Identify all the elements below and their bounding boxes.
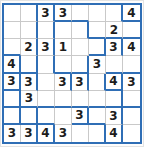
cell-r7c1[interactable] (4, 108, 21, 125)
cell-r5c5[interactable]: 3 (72, 74, 89, 91)
cell-r6c2[interactable]: 3 (21, 91, 38, 108)
cell-r3c3[interactable]: 3 (38, 39, 55, 56)
puzzle-screenshot-frame: 3342231344333334333333434 (0, 0, 144, 147)
cell-r7c5[interactable]: 3 (72, 108, 89, 125)
cell-r2c7[interactable]: 2 (106, 22, 123, 39)
cell-r3c2[interactable]: 2 (21, 39, 38, 56)
cell-r1c7[interactable] (106, 5, 123, 22)
cell-r4c1[interactable]: 4 (4, 56, 21, 73)
cell-r5c8[interactable]: 3 (123, 74, 140, 91)
cell-r1c4[interactable]: 3 (55, 5, 72, 22)
cell-r3c5[interactable] (72, 39, 89, 56)
cell-r2c3[interactable] (38, 22, 55, 39)
cell-r4c5[interactable] (72, 56, 89, 73)
cell-r8c4[interactable]: 3 (55, 125, 72, 142)
cell-r5c1[interactable]: 3 (4, 74, 21, 91)
cell-r5c7[interactable]: 4 (106, 74, 123, 91)
cell-r1c8[interactable]: 4 (123, 5, 140, 22)
cell-r8c2[interactable]: 3 (21, 125, 38, 142)
cell-r6c3[interactable] (38, 91, 55, 108)
cell-r5c6[interactable] (89, 74, 106, 91)
cell-r6c5[interactable] (72, 91, 89, 108)
cell-r6c4[interactable] (55, 91, 72, 108)
cell-r1c5[interactable] (72, 5, 89, 22)
cell-r1c6[interactable] (89, 5, 106, 22)
cell-r6c8[interactable] (123, 91, 140, 108)
cell-r7c7[interactable]: 3 (106, 108, 123, 125)
cell-r8c5[interactable] (72, 125, 89, 142)
cell-r8c8[interactable] (123, 125, 140, 142)
cell-r8c6[interactable] (89, 125, 106, 142)
cell-r8c1[interactable]: 3 (4, 125, 21, 142)
cell-r6c6[interactable] (89, 91, 106, 108)
cell-r8c3[interactable]: 4 (38, 125, 55, 142)
cell-r2c1[interactable] (4, 22, 21, 39)
cell-r7c2[interactable] (21, 108, 38, 125)
cell-r7c6[interactable] (89, 108, 106, 125)
cell-r3c8[interactable]: 4 (123, 39, 140, 56)
cell-r3c1[interactable] (4, 39, 21, 56)
cell-r2c4[interactable] (55, 22, 72, 39)
cell-r3c6[interactable] (89, 39, 106, 56)
cell-r3c7[interactable]: 3 (106, 39, 123, 56)
cell-r6c7[interactable] (106, 91, 123, 108)
cell-r5c3[interactable] (38, 74, 55, 91)
cell-r5c4[interactable]: 3 (55, 74, 72, 91)
cell-r5c2[interactable]: 3 (21, 74, 38, 91)
cell-r4c4[interactable] (55, 56, 72, 73)
cell-r1c3[interactable]: 3 (38, 5, 55, 22)
cell-r6c1[interactable] (4, 91, 21, 108)
cell-r4c2[interactable] (21, 56, 38, 73)
cell-r1c2[interactable] (21, 5, 38, 22)
cell-r7c8[interactable] (123, 108, 140, 125)
cell-r3c4[interactable]: 1 (55, 39, 72, 56)
cell-r7c4[interactable] (55, 108, 72, 125)
cell-r2c5[interactable] (72, 22, 89, 39)
cell-r4c8[interactable] (123, 56, 140, 73)
cell-r4c6[interactable]: 3 (89, 56, 106, 73)
cell-r8c7[interactable]: 4 (106, 125, 123, 142)
puzzle-board: 3342231344333334333333434 (2, 3, 142, 144)
cell-r7c3[interactable] (38, 108, 55, 125)
cell-r4c3[interactable] (38, 56, 55, 73)
cell-r1c1[interactable] (4, 5, 21, 22)
cell-r2c6[interactable] (89, 22, 106, 39)
cell-r4c7[interactable] (106, 56, 123, 73)
cell-r2c8[interactable] (123, 22, 140, 39)
cell-r2c2[interactable] (21, 22, 38, 39)
